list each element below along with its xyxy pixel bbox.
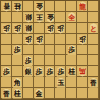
piece-kanji: 龍 bbox=[79, 3, 86, 10]
piece-tile: 龍 bbox=[78, 1, 87, 11]
piece-kanji: 歩 bbox=[14, 47, 21, 54]
piece-tile: 歩 bbox=[2, 67, 11, 77]
piece-silver[interactable]: 銀 bbox=[23, 23, 34, 34]
piece-promoted-silver[interactable]: 全 bbox=[66, 12, 77, 23]
piece-tile: 歩 bbox=[56, 67, 65, 77]
piece-kanji: 玉 bbox=[57, 80, 64, 87]
piece-kanji: 歩 bbox=[79, 35, 86, 42]
piece-tile: 歩 bbox=[67, 45, 76, 55]
piece-tile: 金 bbox=[34, 1, 43, 11]
piece-kanji: 全 bbox=[68, 14, 75, 21]
piece-kanji: 歩 bbox=[57, 69, 64, 76]
piece-kanji: 歩 bbox=[68, 47, 75, 54]
piece-pawn[interactable]: 歩 bbox=[34, 66, 45, 77]
piece-tile: 歩 bbox=[56, 23, 65, 33]
piece-kanji: 角 bbox=[14, 80, 21, 87]
piece-pawn[interactable]: 歩 bbox=[1, 23, 12, 34]
piece-king-sente[interactable]: 玉 bbox=[55, 77, 66, 88]
piece-tile: 歩 bbox=[2, 23, 11, 33]
piece-tile: 歩 bbox=[13, 45, 22, 55]
piece-tile: 歩 bbox=[45, 67, 54, 77]
piece-tile: 桂 bbox=[13, 89, 22, 99]
piece-kanji: 歩 bbox=[57, 24, 64, 31]
piece-pawn[interactable]: 歩 bbox=[1, 66, 12, 77]
piece-silver[interactable]: 銀 bbox=[23, 12, 34, 23]
piece-lance[interactable]: 香 bbox=[88, 77, 99, 88]
piece-knight[interactable]: 桂 bbox=[12, 88, 23, 99]
piece-kanji: 金 bbox=[36, 91, 43, 98]
piece-tile: 歩 bbox=[24, 34, 33, 44]
piece-king-gote[interactable]: 王 bbox=[34, 12, 45, 23]
piece-kanji: 香 bbox=[3, 91, 10, 98]
piece-tile: 全 bbox=[67, 12, 76, 22]
piece-lance[interactable]: 香 bbox=[1, 88, 12, 99]
piece-kanji: 王 bbox=[36, 13, 43, 20]
piece-kanji: 香 bbox=[90, 80, 97, 87]
piece-bishop[interactable]: 角 bbox=[12, 77, 23, 88]
piece-pawn[interactable]: 歩 bbox=[23, 55, 34, 66]
piece-tile: 銀 bbox=[24, 12, 33, 22]
piece-pawn[interactable]: 歩 bbox=[34, 34, 45, 45]
piece-lance[interactable]: 香 bbox=[1, 1, 12, 12]
piece-kanji: 歩 bbox=[3, 69, 10, 76]
piece-tile: 金 bbox=[34, 89, 43, 99]
piece-dragon[interactable]: 龍 bbox=[77, 1, 88, 12]
piece-kanji: 金 bbox=[36, 2, 43, 9]
piece-kanji: 桂 bbox=[14, 2, 21, 9]
piece-pawn[interactable]: 歩 bbox=[77, 34, 88, 45]
piece-layer: 香桂金龍銀王金全歩歩銀歩歩と歩歩歩歩歩歩歩銀歩歩歩桂馬角玉香香桂金 bbox=[1, 1, 99, 99]
piece-pawn[interactable]: 歩 bbox=[23, 34, 34, 45]
piece-tile: 香 bbox=[2, 1, 11, 11]
piece-kanji: 銀 bbox=[25, 13, 32, 20]
piece-tile: 歩 bbox=[34, 34, 43, 44]
piece-tile: 王 bbox=[34, 12, 43, 22]
piece-tile: 歩 bbox=[45, 23, 54, 33]
piece-knight[interactable]: 桂 bbox=[66, 66, 77, 77]
piece-kanji: 馬 bbox=[79, 68, 86, 75]
piece-tile: 香 bbox=[89, 78, 98, 88]
piece-tile: 歩 bbox=[34, 67, 43, 77]
piece-kanji: 歩 bbox=[3, 24, 10, 31]
piece-tile: 歩 bbox=[24, 56, 33, 66]
piece-kanji: 歩 bbox=[46, 69, 53, 76]
piece-pawn[interactable]: 歩 bbox=[45, 23, 56, 34]
piece-kanji: 歩 bbox=[25, 58, 32, 65]
piece-silver[interactable]: 銀 bbox=[23, 66, 34, 77]
piece-kanji: 歩 bbox=[36, 69, 43, 76]
piece-kanji: 銀 bbox=[25, 69, 32, 76]
piece-pawn[interactable]: 歩 bbox=[55, 23, 66, 34]
piece-horse[interactable]: 馬 bbox=[77, 66, 88, 77]
shogi-board: 香桂金龍銀王金全歩歩銀歩歩と歩歩歩歩歩歩歩銀歩歩歩桂馬角玉香香桂金 bbox=[0, 0, 100, 100]
piece-kanji: 銀 bbox=[25, 24, 32, 31]
piece-tile: 香 bbox=[2, 89, 11, 99]
piece-kanji: 歩 bbox=[36, 35, 43, 42]
piece-pawn[interactable]: 歩 bbox=[55, 66, 66, 77]
piece-tile: 玉 bbox=[56, 78, 65, 88]
piece-tile: 桂 bbox=[67, 67, 76, 77]
piece-tile: 歩 bbox=[13, 23, 22, 33]
piece-tile: と bbox=[89, 23, 98, 33]
piece-kanji: 香 bbox=[3, 2, 10, 9]
piece-tile: 銀 bbox=[24, 23, 33, 33]
piece-pawn[interactable]: 歩 bbox=[66, 45, 77, 56]
piece-kanji: 桂 bbox=[14, 91, 21, 98]
piece-pawn[interactable]: 歩 bbox=[12, 45, 23, 56]
piece-kanji: 歩 bbox=[25, 35, 32, 42]
piece-gold[interactable]: 金 bbox=[34, 88, 45, 99]
piece-kanji: 歩 bbox=[46, 24, 53, 31]
piece-tile: 金 bbox=[45, 12, 54, 22]
piece-knight[interactable]: 桂 bbox=[12, 1, 23, 12]
piece-kanji: 金 bbox=[46, 13, 53, 20]
piece-tile: 銀 bbox=[24, 67, 33, 77]
piece-pawn[interactable]: 歩 bbox=[12, 23, 23, 34]
piece-pawn[interactable]: 歩 bbox=[45, 66, 56, 77]
piece-tile: 歩 bbox=[78, 34, 87, 44]
piece-kanji: 歩 bbox=[14, 24, 21, 31]
piece-kanji: 桂 bbox=[68, 69, 75, 76]
piece-tile: 馬 bbox=[78, 67, 87, 77]
piece-gold[interactable]: 金 bbox=[45, 12, 56, 23]
piece-kanji: と bbox=[90, 25, 97, 32]
piece-tokin[interactable]: と bbox=[88, 23, 99, 34]
piece-tile: 角 bbox=[13, 78, 22, 88]
piece-tile: 桂 bbox=[13, 1, 22, 11]
piece-gold[interactable]: 金 bbox=[34, 1, 45, 12]
